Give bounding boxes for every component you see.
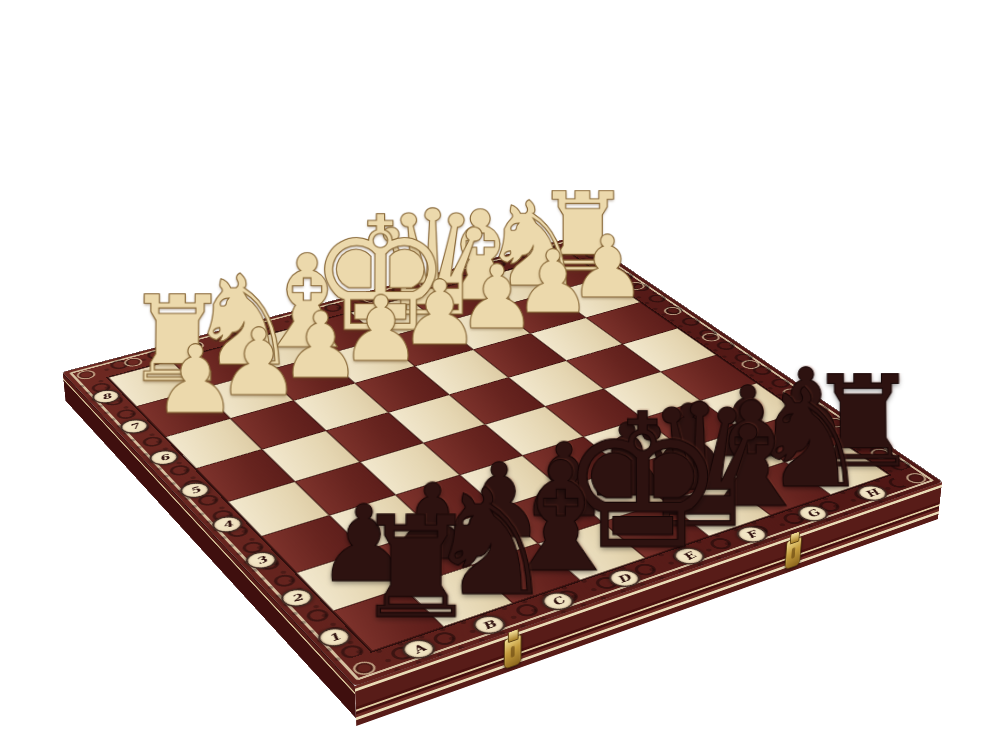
rank-label-7: 7: [116, 417, 153, 436]
brass-clasp: [504, 634, 522, 670]
rank-label-5: 5: [175, 480, 214, 501]
ornament-ring: [660, 306, 684, 317]
ornament-ring: [698, 332, 723, 343]
rank-label-4: 4: [208, 514, 246, 535]
product-photo-backdrop: ABCDEFGH 12345678 ♜♞♝♚♛♝♞♜♟♟♟♟♟♟♟♟♟♟♟♟♟♟…: [0, 0, 1000, 750]
ornament-ring: [73, 369, 97, 381]
piece-dark-rook[interactable]: ♜: [354, 513, 435, 625]
rank-label-6: 6: [146, 448, 182, 467]
rank-label-8: 8: [89, 388, 123, 406]
piece-light-pawn[interactable]: ♟: [153, 342, 224, 417]
rank-label-2: 2: [276, 586, 317, 609]
brass-clasp: [785, 536, 803, 570]
ornament-ring: [348, 659, 378, 677]
chess-board: ABCDEFGH 12345678 ♜♞♝♚♛♝♞♜♟♟♟♟♟♟♟♟♟♟♟♟♟♟…: [63, 235, 943, 685]
playing-field: ♜♞♝♚♛♝♞♜♟♟♟♟♟♟♟♟♟♟♟♟♟♟♟♟♜♞♝♚♛♝♞♜: [108, 254, 888, 651]
